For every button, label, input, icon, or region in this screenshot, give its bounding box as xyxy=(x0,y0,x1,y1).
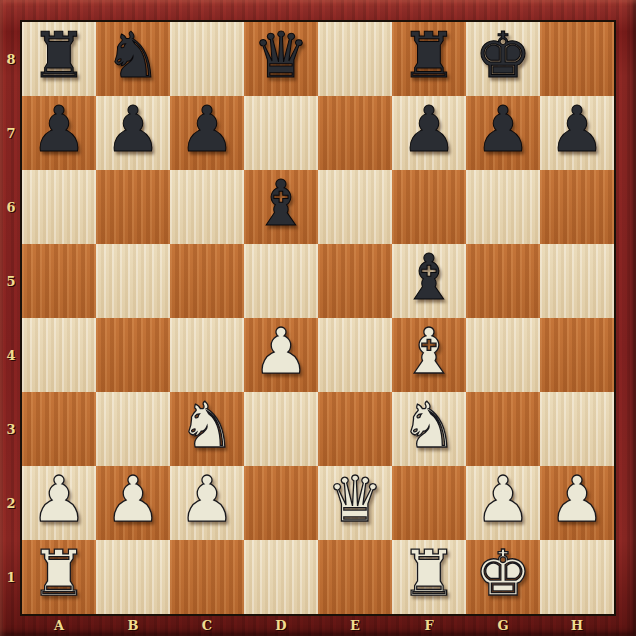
square-b8[interactable]: ♞ xyxy=(96,22,170,96)
square-d8[interactable]: ♛ xyxy=(244,22,318,96)
square-g5[interactable] xyxy=(466,244,540,318)
file-label-g: G xyxy=(466,614,540,636)
square-b1[interactable] xyxy=(96,540,170,614)
black-knight-b8[interactable]: ♞ xyxy=(105,19,161,93)
square-d3[interactable] xyxy=(244,392,318,466)
square-h4[interactable] xyxy=(540,318,614,392)
white-knight-c3[interactable]: ♞ xyxy=(179,389,235,463)
square-e4[interactable] xyxy=(318,318,392,392)
square-g8[interactable]: ♚ xyxy=(466,22,540,96)
square-b4[interactable] xyxy=(96,318,170,392)
square-a1[interactable]: ♜ xyxy=(22,540,96,614)
rank-label-5: 5 xyxy=(0,244,22,318)
rank-label-8: 8 xyxy=(0,22,22,96)
square-c3[interactable]: ♞ xyxy=(170,392,244,466)
square-g2[interactable]: ♟ xyxy=(466,466,540,540)
square-a3[interactable] xyxy=(22,392,96,466)
square-a7[interactable]: ♟ xyxy=(22,96,96,170)
square-b5[interactable] xyxy=(96,244,170,318)
square-d4[interactable]: ♟ xyxy=(244,318,318,392)
black-bishop-f5[interactable]: ♝ xyxy=(401,241,457,315)
square-c8[interactable] xyxy=(170,22,244,96)
white-pawn-d4[interactable]: ♟ xyxy=(253,315,309,389)
black-rook-a8[interactable]: ♜ xyxy=(31,19,87,93)
square-c2[interactable]: ♟ xyxy=(170,466,244,540)
square-e7[interactable] xyxy=(318,96,392,170)
square-g1[interactable]: ♚ xyxy=(466,540,540,614)
white-rook-a1[interactable]: ♜ xyxy=(31,537,87,611)
file-label-d: D xyxy=(244,614,318,636)
square-h1[interactable] xyxy=(540,540,614,614)
file-label-c: C xyxy=(170,614,244,636)
square-a6[interactable] xyxy=(22,170,96,244)
square-h5[interactable] xyxy=(540,244,614,318)
black-bishop-d6[interactable]: ♝ xyxy=(253,167,309,241)
square-e2[interactable]: ♛ xyxy=(318,466,392,540)
square-f4[interactable]: ♝ xyxy=(392,318,466,392)
black-rook-f8[interactable]: ♜ xyxy=(401,19,457,93)
square-b7[interactable]: ♟ xyxy=(96,96,170,170)
square-b6[interactable] xyxy=(96,170,170,244)
square-b3[interactable] xyxy=(96,392,170,466)
square-d5[interactable] xyxy=(244,244,318,318)
square-h8[interactable] xyxy=(540,22,614,96)
square-h2[interactable]: ♟ xyxy=(540,466,614,540)
white-bishop-f4[interactable]: ♝ xyxy=(401,315,457,389)
square-b2[interactable]: ♟ xyxy=(96,466,170,540)
rank-label-2: 2 xyxy=(0,466,22,540)
black-pawn-g7[interactable]: ♟ xyxy=(475,93,531,167)
square-c4[interactable] xyxy=(170,318,244,392)
square-a2[interactable]: ♟ xyxy=(22,466,96,540)
square-f1[interactable]: ♜ xyxy=(392,540,466,614)
square-g7[interactable]: ♟ xyxy=(466,96,540,170)
square-c6[interactable] xyxy=(170,170,244,244)
black-pawn-a7[interactable]: ♟ xyxy=(31,93,87,167)
square-c7[interactable]: ♟ xyxy=(170,96,244,170)
square-g3[interactable] xyxy=(466,392,540,466)
square-d1[interactable] xyxy=(244,540,318,614)
black-queen-d8[interactable]: ♛ xyxy=(253,19,309,93)
board-frame: ♜♞♛♜♚♟♟♟♟♟♟♝♝♟♝♞♞♟♟♟♛♟♟♜♜♚ 87654321ABCDE… xyxy=(0,0,636,636)
white-pawn-c2[interactable]: ♟ xyxy=(179,463,235,537)
file-label-a: A xyxy=(22,614,96,636)
file-label-e: E xyxy=(318,614,392,636)
square-e8[interactable] xyxy=(318,22,392,96)
file-label-h: H xyxy=(540,614,614,636)
square-g4[interactable] xyxy=(466,318,540,392)
rank-label-6: 6 xyxy=(0,170,22,244)
white-pawn-a2[interactable]: ♟ xyxy=(31,463,87,537)
white-queen-e2[interactable]: ♛ xyxy=(327,463,383,537)
white-rook-f1[interactable]: ♜ xyxy=(401,537,457,611)
square-h6[interactable] xyxy=(540,170,614,244)
white-pawn-g2[interactable]: ♟ xyxy=(475,463,531,537)
square-c5[interactable] xyxy=(170,244,244,318)
square-f6[interactable] xyxy=(392,170,466,244)
square-a8[interactable]: ♜ xyxy=(22,22,96,96)
rank-label-4: 4 xyxy=(0,318,22,392)
square-e3[interactable] xyxy=(318,392,392,466)
square-f7[interactable]: ♟ xyxy=(392,96,466,170)
rank-label-3: 3 xyxy=(0,392,22,466)
black-pawn-c7[interactable]: ♟ xyxy=(179,93,235,167)
square-a5[interactable] xyxy=(22,244,96,318)
square-f8[interactable]: ♜ xyxy=(392,22,466,96)
file-label-f: F xyxy=(392,614,466,636)
square-e1[interactable] xyxy=(318,540,392,614)
square-f2[interactable] xyxy=(392,466,466,540)
file-label-b: B xyxy=(96,614,170,636)
black-king-g8[interactable]: ♚ xyxy=(475,19,531,93)
square-e5[interactable] xyxy=(318,244,392,318)
white-king-g1[interactable]: ♚ xyxy=(475,537,531,611)
rank-label-1: 1 xyxy=(0,540,22,614)
white-pawn-h2[interactable]: ♟ xyxy=(549,463,605,537)
square-h7[interactable]: ♟ xyxy=(540,96,614,170)
square-h3[interactable] xyxy=(540,392,614,466)
square-f3[interactable]: ♞ xyxy=(392,392,466,466)
black-pawn-f7[interactable]: ♟ xyxy=(401,93,457,167)
square-d2[interactable] xyxy=(244,466,318,540)
square-g6[interactable] xyxy=(466,170,540,244)
square-c1[interactable] xyxy=(170,540,244,614)
square-a4[interactable] xyxy=(22,318,96,392)
square-d6[interactable]: ♝ xyxy=(244,170,318,244)
white-pawn-b2[interactable]: ♟ xyxy=(105,463,161,537)
black-pawn-b7[interactable]: ♟ xyxy=(105,93,161,167)
chess-board: ♜♞♛♜♚♟♟♟♟♟♟♝♝♟♝♞♞♟♟♟♛♟♟♜♜♚ xyxy=(22,22,614,614)
white-knight-f3[interactable]: ♞ xyxy=(401,389,457,463)
square-e6[interactable] xyxy=(318,170,392,244)
square-f5[interactable]: ♝ xyxy=(392,244,466,318)
rank-label-7: 7 xyxy=(0,96,22,170)
black-pawn-h7[interactable]: ♟ xyxy=(549,93,605,167)
square-d7[interactable] xyxy=(244,96,318,170)
